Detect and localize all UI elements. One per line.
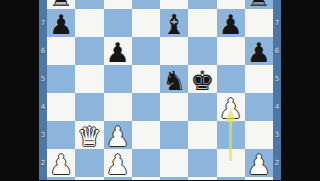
- square-h5[interactable]: [245, 65, 273, 93]
- square-d4[interactable]: [132, 93, 160, 121]
- square-f4[interactable]: [188, 93, 216, 121]
- black-king[interactable]: ♚: [190, 67, 214, 94]
- square-c7[interactable]: [104, 9, 132, 37]
- square-c2[interactable]: ♟: [104, 149, 132, 177]
- chess-board: 87654321 ♜♜♟♝♟♟♟♞♚♟♛♟♟♟♟♜♚ 87654321: [39, 0, 281, 180]
- white-king[interactable]: ♚: [219, 179, 243, 181]
- square-a2[interactable]: ♟: [47, 149, 75, 177]
- letterbox-left: [0, 0, 39, 180]
- square-f8[interactable]: [188, 0, 216, 9]
- white-pawn[interactable]: ♟: [219, 95, 243, 122]
- square-g1[interactable]: ♚: [217, 177, 245, 180]
- square-f3[interactable]: [188, 121, 216, 149]
- square-f5[interactable]: ♚: [188, 65, 216, 93]
- black-pawn[interactable]: ♟: [106, 39, 130, 66]
- black-knight[interactable]: ♞: [162, 67, 186, 94]
- square-d8[interactable]: [132, 0, 160, 9]
- square-e1[interactable]: ♜: [160, 177, 188, 180]
- square-d1[interactable]: [132, 177, 160, 180]
- white-pawn[interactable]: ♟: [106, 151, 130, 178]
- square-e4[interactable]: [160, 93, 188, 121]
- rank-label-5: 5: [39, 76, 47, 83]
- square-h4[interactable]: [245, 93, 273, 121]
- square-a1[interactable]: [47, 177, 75, 180]
- rank-label-7: 7: [273, 20, 281, 27]
- square-b2[interactable]: [75, 149, 103, 177]
- rank-label-3: 3: [39, 132, 47, 139]
- white-rook[interactable]: ♜: [162, 179, 186, 181]
- rank-labels-left: 87654321: [39, 0, 47, 180]
- square-b6[interactable]: [75, 37, 103, 65]
- black-pawn[interactable]: ♟: [247, 39, 271, 66]
- square-a7[interactable]: ♟: [47, 9, 75, 37]
- board-squares: ♜♜♟♝♟♟♟♞♚♟♛♟♟♟♟♜♚: [47, 0, 273, 180]
- rank-label-2: 2: [273, 160, 281, 167]
- square-b5[interactable]: [75, 65, 103, 93]
- rank-label-2: 2: [39, 160, 47, 167]
- chess-app-screen: 87654321 ♜♜♟♝♟♟♟♞♚♟♛♟♟♟♟♜♚ 87654321: [0, 0, 320, 180]
- rank-label-4: 4: [39, 104, 47, 111]
- square-c3[interactable]: ♟: [104, 121, 132, 149]
- square-g5[interactable]: [217, 65, 245, 93]
- square-a4[interactable]: [47, 93, 75, 121]
- square-a5[interactable]: [47, 65, 75, 93]
- square-d5[interactable]: [132, 65, 160, 93]
- square-h3[interactable]: [245, 121, 273, 149]
- square-c6[interactable]: ♟: [104, 37, 132, 65]
- rank-label-4: 4: [273, 104, 281, 111]
- letterbox-right: [281, 0, 320, 180]
- square-h2[interactable]: ♟: [245, 149, 273, 177]
- square-f1[interactable]: [188, 177, 216, 180]
- square-c8[interactable]: [104, 0, 132, 9]
- square-c1[interactable]: [104, 177, 132, 180]
- square-g2[interactable]: [217, 149, 245, 177]
- square-d6[interactable]: [132, 37, 160, 65]
- rank-label-7: 7: [39, 20, 47, 27]
- white-queen[interactable]: ♛: [77, 123, 101, 150]
- square-b7[interactable]: [75, 9, 103, 37]
- square-c5[interactable]: [104, 65, 132, 93]
- square-d3[interactable]: [132, 121, 160, 149]
- square-b1[interactable]: [75, 177, 103, 180]
- square-a6[interactable]: [47, 37, 75, 65]
- square-e2[interactable]: [160, 149, 188, 177]
- square-c4[interactable]: [104, 93, 132, 121]
- rank-labels-right: 87654321: [273, 0, 281, 180]
- square-g4[interactable]: ♟: [217, 93, 245, 121]
- square-g7[interactable]: ♟: [217, 9, 245, 37]
- square-e6[interactable]: [160, 37, 188, 65]
- square-h1[interactable]: [245, 177, 273, 180]
- white-pawn[interactable]: ♟: [49, 151, 73, 178]
- square-g6[interactable]: [217, 37, 245, 65]
- black-pawn[interactable]: ♟: [219, 11, 243, 38]
- square-b8[interactable]: [75, 0, 103, 9]
- square-b3[interactable]: ♛: [75, 121, 103, 149]
- square-a3[interactable]: [47, 121, 75, 149]
- square-e5[interactable]: ♞: [160, 65, 188, 93]
- square-h7[interactable]: [245, 9, 273, 37]
- square-h8[interactable]: ♜: [245, 0, 273, 9]
- square-f2[interactable]: [188, 149, 216, 177]
- rank-label-5: 5: [273, 76, 281, 83]
- black-bishop[interactable]: ♝: [162, 11, 186, 38]
- rank-label-6: 6: [39, 48, 47, 55]
- square-f6[interactable]: [188, 37, 216, 65]
- square-d2[interactable]: [132, 149, 160, 177]
- white-pawn[interactable]: ♟: [247, 151, 271, 178]
- square-g3[interactable]: [217, 121, 245, 149]
- square-h6[interactable]: ♟: [245, 37, 273, 65]
- white-pawn[interactable]: ♟: [106, 123, 130, 150]
- square-f7[interactable]: [188, 9, 216, 37]
- square-b4[interactable]: [75, 93, 103, 121]
- black-pawn[interactable]: ♟: [49, 11, 73, 38]
- square-e7[interactable]: ♝: [160, 9, 188, 37]
- square-e3[interactable]: [160, 121, 188, 149]
- rank-label-6: 6: [273, 48, 281, 55]
- rank-label-3: 3: [273, 132, 281, 139]
- square-d7[interactable]: [132, 9, 160, 37]
